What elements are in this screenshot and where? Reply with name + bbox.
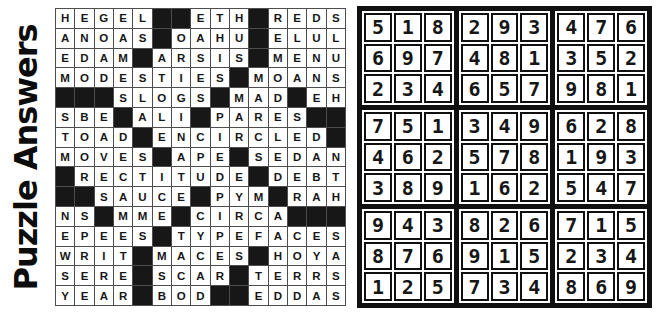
crossword-letter-cell: V [95, 148, 113, 167]
crossword-block-cell [249, 29, 267, 48]
puzzle-answers-page: Puzzle Answers HEGELETHREDSANOASOAHUELUL… [0, 0, 659, 315]
crossword-letter-cell: E [191, 9, 209, 28]
crossword-block-cell [133, 266, 151, 285]
sudoku-cell: 8 [394, 173, 422, 202]
sudoku-cell: 3 [424, 211, 452, 240]
crossword-letter-cell: H [211, 29, 229, 48]
crossword-letter-cell: M [56, 148, 74, 167]
sudoku-cell: 9 [587, 143, 615, 172]
sudoku-cell: 8 [617, 112, 645, 141]
crossword-letter-cell: E [75, 286, 93, 305]
sudoku-cell: 7 [520, 74, 548, 103]
crossword-letter-cell: E [95, 108, 113, 127]
crossword-block-cell [95, 207, 113, 226]
sudoku-cell: 4 [587, 173, 615, 202]
crossword-letter-cell: E [288, 9, 306, 28]
crossword-letter-cell: S [327, 227, 345, 246]
crossword-block-cell [133, 286, 151, 305]
sudoku-cell: 5 [557, 173, 585, 202]
crossword-letter-cell: G [95, 9, 113, 28]
sudoku-cell: 9 [461, 242, 489, 271]
crossword-letter-cell: S [327, 286, 345, 305]
sudoku-cell: 4 [557, 13, 585, 42]
sudoku-cell: 3 [520, 13, 548, 42]
crossword-letter-cell: N [75, 29, 93, 48]
crossword-letter-cell: R [211, 266, 229, 285]
crossword-letter-cell: S [133, 227, 151, 246]
sudoku-box: 826915734 [459, 209, 551, 303]
crossword-block-cell [191, 187, 209, 206]
crossword-block-cell [133, 247, 151, 266]
crossword-letter-cell: A [307, 148, 325, 167]
sudoku-cell: 7 [557, 211, 585, 240]
sudoku-cell: 6 [461, 74, 489, 103]
crossword-letter-cell: R [75, 167, 93, 186]
crossword-block-cell [327, 108, 345, 127]
sudoku-cell: 4 [461, 44, 489, 73]
crossword-letter-cell: E [230, 167, 248, 186]
crossword-letter-cell: U [230, 29, 248, 48]
crossword-letter-cell: C [153, 187, 171, 206]
sudoku-cell: 6 [491, 173, 519, 202]
sudoku-box: 628193547 [555, 110, 647, 204]
sudoku-cell: 3 [617, 143, 645, 172]
crossword-letter-cell: S [56, 266, 74, 285]
crossword-block-cell [95, 88, 113, 107]
crossword-letter-cell: P [211, 187, 229, 206]
crossword-letter-cell: A [230, 108, 248, 127]
crossword-letter-cell: R [172, 49, 190, 68]
crossword-letter-cell: A [307, 187, 325, 206]
sudoku-cell: 5 [424, 272, 452, 301]
crossword-letter-cell: S [327, 68, 345, 87]
crossword-letter-cell: C [191, 128, 209, 147]
crossword-letter-cell: N [56, 207, 74, 226]
sudoku-cell: 3 [557, 44, 585, 73]
crossword-letter-cell: A [95, 49, 113, 68]
crossword-letter-cell: T [172, 227, 190, 246]
crossword-letter-cell: P [211, 108, 229, 127]
crossword-block-cell [327, 128, 345, 147]
crossword-letter-cell: N [172, 128, 190, 147]
crossword-letter-cell: D [191, 286, 209, 305]
crossword-letter-cell: B [153, 286, 171, 305]
crossword-letter-cell: E [307, 227, 325, 246]
crossword-letter-cell: L [269, 128, 287, 147]
crossword-letter-cell: D [307, 128, 325, 147]
sudoku-cell: 5 [617, 211, 645, 240]
crossword-letter-cell: A [114, 29, 132, 48]
crossword-letter-cell: C [249, 128, 267, 147]
sudoku-cell: 5 [364, 13, 392, 42]
crossword-letter-cell: Y [56, 286, 74, 305]
sudoku-cell: 2 [617, 44, 645, 73]
sudoku-cell: 8 [587, 74, 615, 103]
sudoku-cell: 5 [587, 44, 615, 73]
crossword-letter-cell: T [249, 266, 267, 285]
sudoku-cell: 5 [491, 74, 519, 103]
crossword-letter-cell: E [56, 49, 74, 68]
crossword-letter-cell: G [172, 88, 190, 107]
crossword-letter-cell: W [56, 247, 74, 266]
crossword-letter-cell: R [230, 128, 248, 147]
crossword-letter-cell: A [133, 108, 151, 127]
crossword-letter-cell: H [230, 9, 248, 28]
crossword-letter-cell: O [288, 247, 306, 266]
crossword-letter-cell: A [269, 207, 287, 226]
crossword-letter-cell: A [327, 247, 345, 266]
sudoku-cell: 6 [394, 143, 422, 172]
crossword-letter-cell: A [153, 49, 171, 68]
sudoku-box: 293481657 [459, 11, 551, 105]
crossword-letter-cell: D [288, 148, 306, 167]
crossword-letter-cell: O [75, 128, 93, 147]
sudoku-cell: 2 [394, 272, 422, 301]
crossword-block-cell [133, 128, 151, 147]
crossword-letter-cell: T [114, 247, 132, 266]
sudoku-cell: 4 [491, 112, 519, 141]
crossword-letter-cell: M [114, 207, 132, 226]
crossword-block-cell [288, 207, 306, 226]
crossword-letter-cell: E [153, 207, 171, 226]
crossword-letter-cell: E [153, 128, 171, 147]
crossword-letter-cell: E [211, 247, 229, 266]
crossword-letter-cell: Y [191, 227, 209, 246]
crossword-letter-cell: O [75, 148, 93, 167]
crossword-letter-cell: P [211, 227, 229, 246]
crossword-letter-cell: Y [230, 187, 248, 206]
sudoku-cell: 3 [394, 74, 422, 103]
crossword-block-cell [56, 167, 74, 186]
crossword-letter-cell: H [269, 247, 287, 266]
sudoku-cell: 3 [364, 173, 392, 202]
crossword-letter-cell: E [114, 68, 132, 87]
crossword-letter-cell: O [75, 68, 93, 87]
crossword-block-cell [327, 207, 345, 226]
sudoku-cell: 2 [461, 13, 489, 42]
sudoku-cell: 7 [394, 242, 422, 271]
crossword-letter-cell: S [211, 68, 229, 87]
crossword-letter-cell: S [95, 187, 113, 206]
crossword-letter-cell: D [75, 49, 93, 68]
crossword-block-cell [211, 286, 229, 305]
crossword-letter-cell: C [172, 266, 190, 285]
crossword-letter-cell: E [114, 148, 132, 167]
sudoku-cell: 2 [587, 112, 615, 141]
crossword-letter-cell: M [114, 49, 132, 68]
sudoku-cell: 5 [520, 242, 548, 271]
crossword-letter-cell: L [288, 29, 306, 48]
crossword-letter-cell: T [327, 167, 345, 186]
crossword-letter-cell: S [230, 49, 248, 68]
crossword-letter-cell: M [153, 247, 171, 266]
crossword-letter-cell: E [211, 148, 229, 167]
crossword-letter-cell: L [327, 29, 345, 48]
crossword-letter-cell: A [95, 128, 113, 147]
crossword-letter-cell: M [56, 68, 74, 87]
sudoku-cell: 2 [557, 242, 585, 271]
crossword-block-cell [153, 29, 171, 48]
sudoku-box: 751462389 [362, 110, 454, 204]
crossword-letter-cell: H [327, 187, 345, 206]
crossword-block-cell [230, 286, 248, 305]
crossword-letter-cell: D [114, 128, 132, 147]
crossword-letter-cell: M [230, 88, 248, 107]
crossword-letter-cell: E [56, 227, 74, 246]
crossword-letter-cell: C [288, 227, 306, 246]
crossword-letter-cell: S [288, 108, 306, 127]
sudoku-cell: 3 [491, 272, 519, 301]
crossword-letter-cell: S [153, 266, 171, 285]
sudoku-cell: 6 [364, 44, 392, 73]
sudoku-cell: 1 [587, 211, 615, 240]
crossword-letter-cell: L [133, 88, 151, 107]
crossword-block-cell [211, 88, 229, 107]
crossword-block-cell [114, 108, 132, 127]
page-title: Puzzle Answers [0, 0, 52, 315]
crossword-letter-cell: R [288, 187, 306, 206]
crossword-letter-cell: U [133, 187, 151, 206]
crossword-letter-cell: U [327, 49, 345, 68]
sudoku-cell: 6 [520, 211, 548, 240]
sudoku-cell: 7 [491, 143, 519, 172]
crossword-letter-cell: D [211, 167, 229, 186]
crossword-block-cell [307, 108, 325, 127]
crossword-letter-cell: S [56, 108, 74, 127]
sudoku-cell: 7 [364, 112, 392, 141]
crossword-letter-cell: M [133, 207, 151, 226]
crossword-letter-cell: A [172, 148, 190, 167]
sudoku-cell: 2 [491, 211, 519, 240]
crossword-letter-cell: E [269, 266, 287, 285]
crossword-block-cell [249, 49, 267, 68]
crossword-letter-cell: B [307, 167, 325, 186]
crossword-block-cell [191, 108, 209, 127]
crossword-block-cell [249, 167, 267, 186]
sudoku-cell: 9 [424, 173, 452, 202]
crossword-letter-cell: A [191, 29, 209, 48]
crossword-letter-cell: P [191, 148, 209, 167]
crossword-letter-cell: E [114, 9, 132, 28]
sudoku-cell: 4 [394, 211, 422, 240]
crossword-letter-cell: S [191, 49, 209, 68]
crossword-letter-cell: E [191, 68, 209, 87]
sudoku-cell: 6 [587, 272, 615, 301]
sudoku-cell: 2 [364, 74, 392, 103]
crossword-letter-cell: S [133, 29, 151, 48]
crossword-letter-cell: D [95, 68, 113, 87]
crossword-letter-cell: S [230, 247, 248, 266]
sudoku-cell: 7 [424, 44, 452, 73]
crossword-letter-cell: D [269, 286, 287, 305]
crossword-letter-cell: Y [307, 247, 325, 266]
crossword-letter-cell: R [307, 266, 325, 285]
sudoku-cell: 7 [461, 272, 489, 301]
sudoku-cell: 7 [617, 173, 645, 202]
crossword-grid: HEGELETHREDSANOASOAHUELULEDAMARSISMENUMO… [55, 8, 346, 306]
crossword-letter-cell: S [327, 9, 345, 28]
crossword-block-cell [172, 9, 190, 28]
crossword-letter-cell: I [172, 68, 190, 87]
sudoku-grid: 5186972342934816574763529817514623893495… [357, 6, 652, 308]
crossword-letter-cell: C [191, 247, 209, 266]
crossword-letter-cell: E [269, 29, 287, 48]
crossword-block-cell [249, 9, 267, 28]
crossword-letter-cell: M [249, 187, 267, 206]
crossword-letter-cell: R [269, 9, 287, 28]
crossword-letter-cell: S [249, 148, 267, 167]
sudoku-cell: 6 [557, 112, 585, 141]
crossword-letter-cell: U [191, 167, 209, 186]
crossword-letter-cell: N [327, 148, 345, 167]
crossword-letter-cell: I [95, 247, 113, 266]
crossword-letter-cell: A [307, 286, 325, 305]
crossword-block-cell [307, 207, 325, 226]
crossword-letter-cell: E [307, 88, 325, 107]
crossword-letter-cell: D [307, 9, 325, 28]
crossword-letter-cell: E [95, 167, 113, 186]
sudoku-cell: 8 [520, 143, 548, 172]
crossword-letter-cell: R [249, 108, 267, 127]
sudoku-cell: 2 [424, 143, 452, 172]
sudoku-box: 476352981 [555, 11, 647, 105]
crossword-block-cell [75, 187, 93, 206]
crossword-letter-cell: T [211, 9, 229, 28]
sudoku-cell: 2 [520, 173, 548, 202]
crossword-letter-cell: I [153, 167, 171, 186]
crossword-letter-cell: R [75, 247, 93, 266]
sudoku-cell: 5 [394, 112, 422, 141]
sudoku-cell: 1 [394, 13, 422, 42]
crossword-letter-cell: S [133, 148, 151, 167]
sudoku-cell: 9 [364, 211, 392, 240]
sudoku-box: 943876125 [362, 209, 454, 303]
sudoku-cell: 3 [461, 112, 489, 141]
crossword-letter-cell: I [211, 49, 229, 68]
crossword-letter-cell: A [172, 247, 190, 266]
sudoku-cell: 6 [617, 13, 645, 42]
crossword-letter-cell: B [75, 108, 93, 127]
crossword-letter-cell: E [288, 167, 306, 186]
crossword-letter-cell: R [95, 266, 113, 285]
sudoku-cell: 8 [557, 272, 585, 301]
crossword-letter-cell: O [95, 29, 113, 48]
crossword-block-cell [133, 49, 151, 68]
crossword-letter-cell: E [249, 286, 267, 305]
sudoku-cell: 1 [520, 44, 548, 73]
crossword-letter-cell: U [307, 29, 325, 48]
crossword-letter-cell: A [114, 187, 132, 206]
crossword-letter-cell: O [172, 286, 190, 305]
crossword-letter-cell: M [269, 49, 287, 68]
crossword-letter-cell: S [114, 88, 132, 107]
sudoku-cell: 1 [491, 242, 519, 271]
crossword-letter-cell: E [75, 9, 93, 28]
sudoku-cell: 6 [424, 242, 452, 271]
crossword-block-cell [230, 148, 248, 167]
sudoku-cell: 1 [617, 74, 645, 103]
crossword-letter-cell: H [56, 9, 74, 28]
sudoku-cell: 8 [491, 44, 519, 73]
crossword-letter-cell: A [249, 88, 267, 107]
crossword-letter-cell: E [288, 49, 306, 68]
crossword-letter-cell: O [153, 88, 171, 107]
crossword-letter-cell: F [249, 227, 267, 246]
crossword-block-cell [230, 266, 248, 285]
crossword-letter-cell: L [153, 108, 171, 127]
crossword-block-cell [269, 187, 287, 206]
crossword-letter-cell: P [75, 227, 93, 246]
crossword-letter-cell: S [327, 266, 345, 285]
sudoku-cell: 1 [557, 143, 585, 172]
crossword-letter-cell: N [307, 68, 325, 87]
crossword-letter-cell: E [75, 266, 93, 285]
sudoku-cell: 9 [520, 112, 548, 141]
sudoku-cell: 9 [617, 272, 645, 301]
crossword-letter-cell: E [95, 227, 113, 246]
crossword-letter-cell: A [288, 68, 306, 87]
crossword-letter-cell: O [172, 29, 190, 48]
crossword-letter-cell: E [230, 227, 248, 246]
sudoku-cell: 1 [424, 112, 452, 141]
crossword-letter-cell: E [172, 187, 190, 206]
sudoku-cell: 4 [520, 272, 548, 301]
sudoku-box: 518697234 [362, 11, 454, 105]
sudoku-cell: 9 [491, 13, 519, 42]
crossword-letter-cell: H [327, 88, 345, 107]
crossword-letter-cell: E [114, 266, 132, 285]
sudoku-cell: 9 [557, 74, 585, 103]
crossword-letter-cell: S [75, 207, 93, 226]
crossword-letter-cell: I [211, 207, 229, 226]
crossword-letter-cell: E [269, 108, 287, 127]
crossword-letter-cell: D [288, 286, 306, 305]
sudoku-cell: 3 [587, 242, 615, 271]
sudoku-cell: 8 [461, 211, 489, 240]
sudoku-cell: 4 [424, 74, 452, 103]
sudoku-cell: 4 [364, 143, 392, 172]
crossword-letter-cell: T [153, 68, 171, 87]
crossword-block-cell [230, 68, 248, 87]
crossword-block-cell [288, 88, 306, 107]
crossword-letter-cell: R [114, 286, 132, 305]
crossword-letter-cell: C [114, 167, 132, 186]
sudoku-cell: 8 [364, 242, 392, 271]
crossword-letter-cell: C [191, 207, 209, 226]
crossword-letter-cell: S [191, 88, 209, 107]
crossword-letter-cell: L [133, 9, 151, 28]
crossword-letter-cell: A [56, 29, 74, 48]
crossword-letter-cell: A [95, 286, 113, 305]
crossword-letter-cell: C [249, 207, 267, 226]
sudoku-cell: 8 [424, 13, 452, 42]
crossword-block-cell [75, 88, 93, 107]
crossword-block-cell [153, 9, 171, 28]
sudoku-cell: 4 [617, 242, 645, 271]
sudoku-cell: 9 [394, 44, 422, 73]
crossword-letter-cell: D [269, 167, 287, 186]
crossword-letter-cell: E [288, 128, 306, 147]
crossword-letter-cell: E [269, 148, 287, 167]
crossword-block-cell [56, 88, 74, 107]
crossword-letter-cell: I [172, 108, 190, 127]
crossword-block-cell [153, 227, 171, 246]
crossword-block-cell [249, 247, 267, 266]
crossword-letter-cell: T [133, 167, 151, 186]
sudoku-cell: 5 [461, 143, 489, 172]
crossword-letter-cell: I [211, 128, 229, 147]
sudoku-cell: 1 [461, 173, 489, 202]
